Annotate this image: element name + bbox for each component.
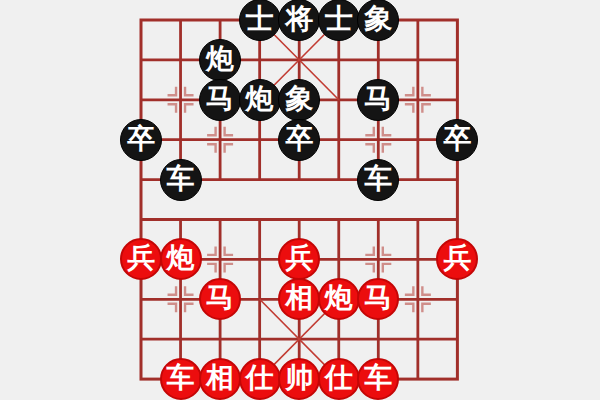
black-soldier[interactable]: 卒 [120,119,162,161]
board-point-4-3: 卒 [279,120,319,160]
black-elephant[interactable]: 象 [357,0,399,41]
board-point-3-2: 炮 [240,80,280,120]
red-chariot[interactable]: 车 [357,358,399,400]
black-general[interactable]: 将 [278,0,320,41]
board-point-6-9: 车 [358,359,398,399]
red-cannon[interactable]: 炮 [160,238,202,280]
black-advisor[interactable]: 士 [318,0,360,41]
red-advisor[interactable]: 仕 [239,358,281,400]
board-point-1-4: 车 [161,160,201,200]
black-soldier[interactable]: 卒 [278,119,320,161]
black-advisor[interactable]: 士 [239,0,281,41]
board-point-4-0: 将 [279,0,319,40]
board-point-6-2: 马 [358,80,398,120]
board-point-3-0: 士 [240,0,280,40]
board-point-0-6: 兵 [121,239,161,279]
red-soldier[interactable]: 兵 [436,238,478,280]
black-soldier[interactable]: 卒 [436,119,478,161]
red-horse[interactable]: 马 [357,278,399,320]
black-horse[interactable]: 马 [199,79,241,121]
board-point-2-1: 炮 [200,40,240,80]
board-point-6-7: 马 [358,279,398,319]
red-general[interactable]: 帅 [278,358,320,400]
red-horse[interactable]: 马 [199,278,241,320]
board-point-6-4: 车 [358,160,398,200]
xiangqi-diagram: 士将士象炮马炮象马卒卒卒车车兵炮兵兵马相炮马车相仕帅仕车 [0,0,600,400]
board-point-1-6: 炮 [161,239,201,279]
board-point-2-9: 相 [200,359,240,399]
black-cannon[interactable]: 炮 [199,39,241,81]
black-horse[interactable]: 马 [357,79,399,121]
board-point-1-9: 车 [161,359,201,399]
board-point-2-2: 马 [200,80,240,120]
black-chariot[interactable]: 车 [357,159,399,201]
board-point-6-0: 象 [358,0,398,40]
board-point-5-7: 炮 [319,279,359,319]
board-point-3-9: 仕 [240,359,280,399]
board-point-4-7: 相 [279,279,319,319]
red-soldier[interactable]: 兵 [278,238,320,280]
board-point-4-9: 帅 [279,359,319,399]
board-point-0-3: 卒 [121,120,161,160]
black-cannon[interactable]: 炮 [239,79,281,121]
red-cannon[interactable]: 炮 [318,278,360,320]
board-point-8-6: 兵 [438,239,478,279]
board-point-5-0: 士 [319,0,359,40]
red-elephant[interactable]: 相 [199,358,241,400]
board-point-4-2: 象 [279,80,319,120]
board-point-2-7: 马 [200,279,240,319]
red-soldier[interactable]: 兵 [120,238,162,280]
red-advisor[interactable]: 仕 [318,358,360,400]
black-elephant[interactable]: 象 [278,79,320,121]
board-grid: 士将士象炮马炮象马卒卒卒车车兵炮兵兵马相炮马车相仕帅仕车 [121,0,477,399]
board-point-4-6: 兵 [279,239,319,279]
board-point-5-9: 仕 [319,359,359,399]
red-elephant[interactable]: 相 [278,278,320,320]
black-chariot[interactable]: 车 [160,159,202,201]
red-chariot[interactable]: 车 [160,358,202,400]
board-point-8-3: 卒 [438,120,478,160]
